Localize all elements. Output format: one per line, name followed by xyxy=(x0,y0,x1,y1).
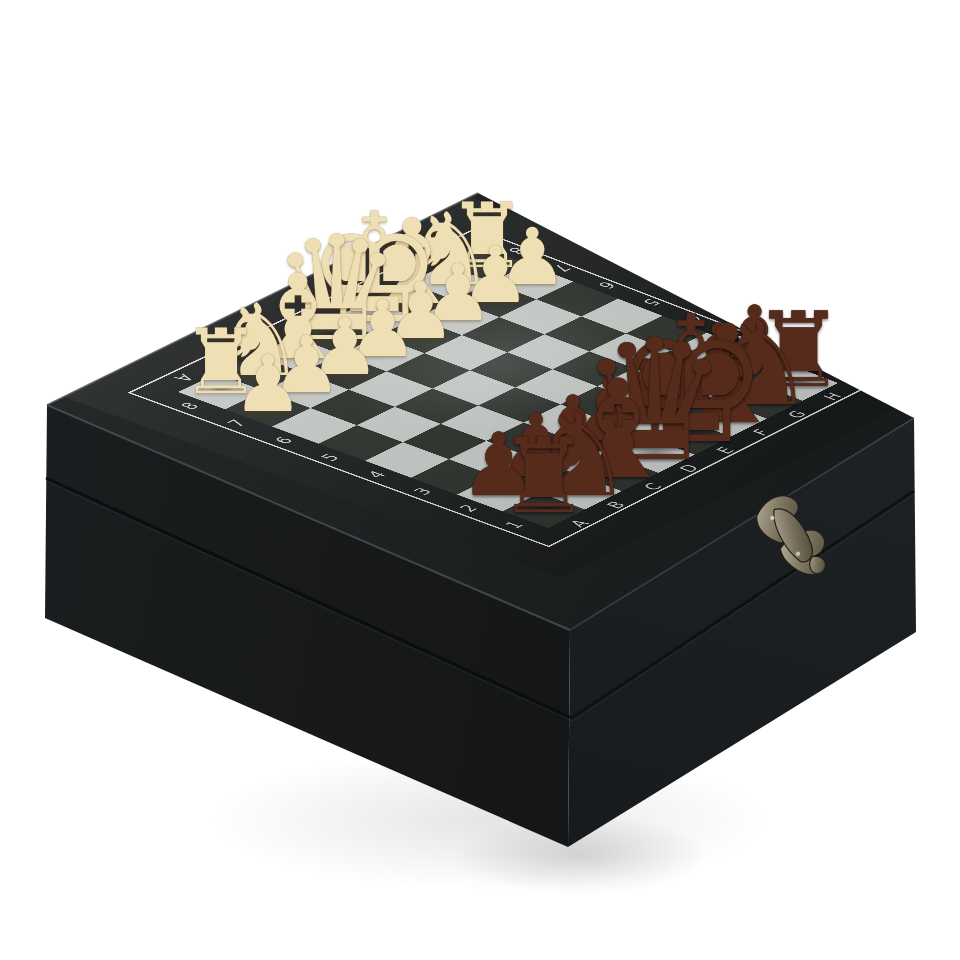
product-photo: 8877665544332211AABBCCDDEEFFGGHH xyxy=(0,0,960,960)
board-grid xyxy=(178,247,838,528)
